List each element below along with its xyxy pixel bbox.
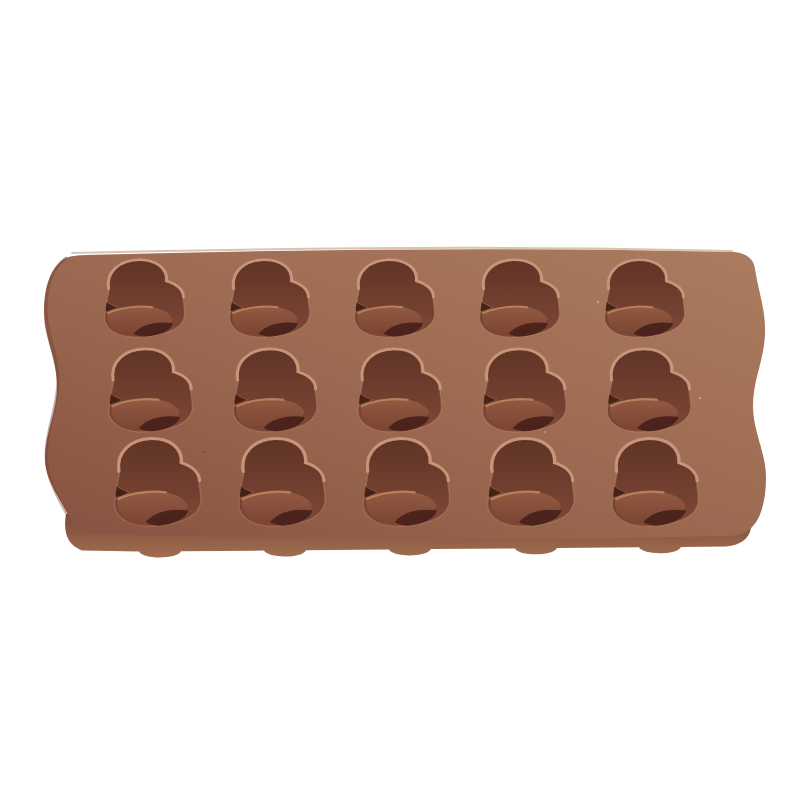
mold-illustration (0, 0, 800, 800)
surface-speck (381, 331, 383, 333)
surface-speck (304, 511, 306, 513)
surface-speck (597, 301, 599, 303)
chocolate-mold-photo (0, 0, 800, 800)
surface-speck (203, 451, 205, 453)
photo-background (0, 0, 800, 800)
surface-speck (544, 431, 546, 433)
surface-speck (699, 397, 702, 400)
